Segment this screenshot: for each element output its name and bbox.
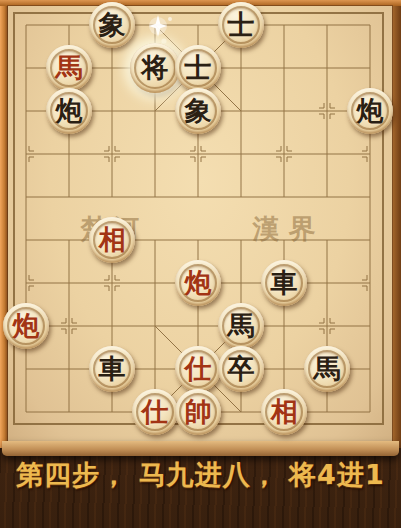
piece-character: 馬	[56, 54, 83, 81]
piece-red-advisor[interactable]: 仕	[132, 389, 178, 435]
piece-black-elephant[interactable]: 象	[89, 2, 135, 48]
board-edge-left	[0, 0, 8, 448]
xiangqi-board[interactable]: 楚河漢界 象士馬将士炮象炮相炮車炮馬車仕卒馬仕帥相	[0, 0, 401, 456]
piece-character: 将	[142, 54, 169, 81]
piece-character: 炮	[13, 312, 40, 339]
piece-character: 相	[271, 398, 298, 425]
piece-character: 炮	[357, 97, 384, 124]
piece-black-horse[interactable]: 馬	[304, 346, 350, 392]
board-edge-right	[392, 0, 401, 448]
piece-black-advisor[interactable]: 士	[218, 2, 264, 48]
piece-character: 車	[271, 269, 298, 296]
piece-character: 炮	[185, 269, 212, 296]
piece-red-advisor[interactable]: 仕	[175, 346, 221, 392]
piece-character: 卒	[228, 355, 255, 382]
piece-character: 車	[99, 355, 126, 382]
piece-character: 仕	[142, 398, 169, 425]
piece-character: 馬	[314, 355, 341, 382]
piece-character: 士	[228, 11, 255, 38]
piece-black-chariot[interactable]: 車	[261, 260, 307, 306]
piece-character: 帥	[185, 398, 212, 425]
piece-black-elephant[interactable]: 象	[175, 88, 221, 134]
piece-character: 士	[185, 54, 212, 81]
piece-character: 炮	[56, 97, 83, 124]
piece-red-cannon[interactable]: 炮	[3, 303, 49, 349]
piece-red-horse[interactable]: 馬	[46, 45, 92, 91]
piece-black-cannon[interactable]: 炮	[347, 88, 393, 134]
piece-black-chariot[interactable]: 車	[89, 346, 135, 392]
piece-black-horse[interactable]: 馬	[218, 303, 264, 349]
piece-character: 相	[99, 226, 126, 253]
piece-character: 象	[99, 11, 126, 38]
piece-black-cannon[interactable]: 炮	[46, 88, 92, 134]
move-caption: 第四步， 马九进八， 将4进1	[0, 453, 401, 528]
piece-character: 馬	[228, 312, 255, 339]
piece-black-advisor[interactable]: 士	[175, 45, 221, 91]
xiangqi-app-screenshot: 楚河漢界 象士馬将士炮象炮相炮車炮馬車仕卒馬仕帥相 第四步， 马九进八， 将4进…	[0, 0, 401, 528]
piece-red-elephant[interactable]: 相	[261, 389, 307, 435]
piece-red-cannon[interactable]: 炮	[175, 260, 221, 306]
piece-character: 仕	[185, 355, 212, 382]
piece-red-general[interactable]: 帥	[175, 389, 221, 435]
piece-red-elephant[interactable]: 相	[89, 217, 135, 263]
piece-black-pawn[interactable]: 卒	[218, 346, 264, 392]
piece-character: 象	[185, 97, 212, 124]
piece-black-general[interactable]: 将	[130, 43, 180, 93]
